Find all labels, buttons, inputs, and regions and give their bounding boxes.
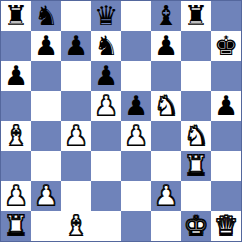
piece-white-knight[interactable]: ♞ bbox=[184, 121, 208, 151]
square-h6[interactable] bbox=[211, 61, 241, 91]
square-e4[interactable]: ♟ bbox=[121, 121, 151, 151]
square-e8[interactable] bbox=[121, 1, 151, 31]
piece-white-rook[interactable]: ♜ bbox=[184, 151, 208, 181]
square-a2[interactable]: ♟ bbox=[1, 181, 31, 211]
square-h2[interactable] bbox=[211, 181, 241, 211]
piece-white-pawn[interactable]: ♟ bbox=[154, 181, 178, 211]
square-e2[interactable] bbox=[121, 181, 151, 211]
piece-white-pawn[interactable]: ♟ bbox=[64, 121, 88, 151]
square-b5[interactable] bbox=[31, 91, 61, 121]
square-e7[interactable] bbox=[121, 31, 151, 61]
piece-black-knight[interactable]: ♞ bbox=[94, 31, 118, 61]
square-d8[interactable]: ♛ bbox=[91, 1, 121, 31]
piece-black-queen[interactable]: ♛ bbox=[94, 1, 118, 31]
square-b7[interactable]: ♟ bbox=[31, 31, 61, 61]
square-a6[interactable]: ♟ bbox=[1, 61, 31, 91]
piece-black-rook[interactable]: ♜ bbox=[4, 1, 28, 31]
piece-black-pawn[interactable]: ♟ bbox=[34, 31, 58, 61]
square-g5[interactable] bbox=[181, 91, 211, 121]
piece-black-pawn[interactable]: ♟ bbox=[154, 31, 178, 61]
piece-white-king[interactable]: ♚ bbox=[184, 211, 208, 241]
piece-white-queen[interactable]: ♛ bbox=[214, 211, 238, 241]
square-e5[interactable]: ♟ bbox=[121, 91, 151, 121]
square-c4[interactable]: ♟ bbox=[61, 121, 91, 151]
square-e1[interactable] bbox=[121, 211, 151, 241]
square-h3[interactable] bbox=[211, 151, 241, 181]
square-f3[interactable] bbox=[151, 151, 181, 181]
square-g2[interactable] bbox=[181, 181, 211, 211]
square-d1[interactable] bbox=[91, 211, 121, 241]
square-g3[interactable]: ♜ bbox=[181, 151, 211, 181]
square-e6[interactable] bbox=[121, 61, 151, 91]
piece-black-pawn[interactable]: ♟ bbox=[64, 31, 88, 61]
square-f8[interactable]: ♝ bbox=[151, 1, 181, 31]
square-d4[interactable] bbox=[91, 121, 121, 151]
square-g4[interactable]: ♞ bbox=[181, 121, 211, 151]
piece-black-pawn[interactable]: ♟ bbox=[94, 61, 118, 91]
square-a4[interactable]: ♝ bbox=[1, 121, 31, 151]
square-e3[interactable] bbox=[121, 151, 151, 181]
square-c5[interactable] bbox=[61, 91, 91, 121]
piece-black-king[interactable]: ♚ bbox=[214, 31, 238, 61]
square-b6[interactable] bbox=[31, 61, 61, 91]
piece-black-pawn[interactable]: ♟ bbox=[4, 61, 28, 91]
piece-white-bishop[interactable]: ♝ bbox=[4, 121, 28, 151]
square-b8[interactable]: ♞ bbox=[31, 1, 61, 31]
square-h4[interactable] bbox=[211, 121, 241, 151]
square-c6[interactable] bbox=[61, 61, 91, 91]
chess-board-frame: ♜♞♛♝♜♟♟♞♟♚♟♟♟♟♞♟♝♟♟♞♜♟♟♟♜♝♚♛ bbox=[0, 0, 242, 242]
square-g6[interactable] bbox=[181, 61, 211, 91]
square-a1[interactable]: ♜ bbox=[1, 211, 31, 241]
square-d7[interactable]: ♞ bbox=[91, 31, 121, 61]
square-f5[interactable]: ♞ bbox=[151, 91, 181, 121]
square-g8[interactable]: ♜ bbox=[181, 1, 211, 31]
piece-white-pawn[interactable]: ♟ bbox=[34, 181, 58, 211]
piece-black-pawn[interactable]: ♟ bbox=[124, 91, 148, 121]
square-a8[interactable]: ♜ bbox=[1, 1, 31, 31]
square-g1[interactable]: ♚ bbox=[181, 211, 211, 241]
square-f7[interactable]: ♟ bbox=[151, 31, 181, 61]
piece-black-pawn[interactable]: ♟ bbox=[214, 91, 238, 121]
square-c3[interactable] bbox=[61, 151, 91, 181]
square-c2[interactable] bbox=[61, 181, 91, 211]
square-b1[interactable] bbox=[31, 211, 61, 241]
square-f1[interactable] bbox=[151, 211, 181, 241]
piece-white-bishop[interactable]: ♝ bbox=[64, 211, 88, 241]
square-b4[interactable] bbox=[31, 121, 61, 151]
piece-white-knight[interactable]: ♞ bbox=[154, 91, 178, 121]
piece-white-pawn[interactable]: ♟ bbox=[124, 121, 148, 151]
piece-black-knight[interactable]: ♞ bbox=[34, 1, 58, 31]
square-a5[interactable] bbox=[1, 91, 31, 121]
square-d6[interactable]: ♟ bbox=[91, 61, 121, 91]
square-h7[interactable]: ♚ bbox=[211, 31, 241, 61]
piece-white-pawn[interactable]: ♟ bbox=[4, 181, 28, 211]
piece-white-pawn[interactable]: ♟ bbox=[94, 91, 118, 121]
square-b3[interactable] bbox=[31, 151, 61, 181]
square-f6[interactable] bbox=[151, 61, 181, 91]
square-f2[interactable]: ♟ bbox=[151, 181, 181, 211]
square-h1[interactable]: ♛ bbox=[211, 211, 241, 241]
square-c7[interactable]: ♟ bbox=[61, 31, 91, 61]
square-h5[interactable]: ♟ bbox=[211, 91, 241, 121]
square-g7[interactable] bbox=[181, 31, 211, 61]
square-d5[interactable]: ♟ bbox=[91, 91, 121, 121]
square-a7[interactable] bbox=[1, 31, 31, 61]
square-c1[interactable]: ♝ bbox=[61, 211, 91, 241]
square-f4[interactable] bbox=[151, 121, 181, 151]
square-d2[interactable] bbox=[91, 181, 121, 211]
piece-white-rook[interactable]: ♜ bbox=[4, 211, 28, 241]
square-d3[interactable] bbox=[91, 151, 121, 181]
chess-board: ♜♞♛♝♜♟♟♞♟♚♟♟♟♟♞♟♝♟♟♞♜♟♟♟♜♝♚♛ bbox=[1, 1, 241, 241]
square-a3[interactable] bbox=[1, 151, 31, 181]
square-c8[interactable] bbox=[61, 1, 91, 31]
square-h8[interactable] bbox=[211, 1, 241, 31]
square-b2[interactable]: ♟ bbox=[31, 181, 61, 211]
piece-black-rook[interactable]: ♜ bbox=[184, 1, 208, 31]
piece-black-bishop[interactable]: ♝ bbox=[154, 1, 178, 31]
